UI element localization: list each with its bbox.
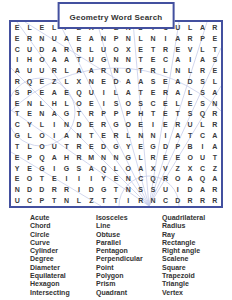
- grid-cell-r6c2: Q: [23, 76, 35, 87]
- grid-cell-r13c7: M: [85, 152, 97, 163]
- grid-cell-r14c15: X: [184, 163, 196, 174]
- grid-cell-r14c13: V: [159, 163, 171, 174]
- grid-cell-r10c6: D: [73, 119, 85, 130]
- grid-cell-r10c15: U: [184, 119, 196, 130]
- grid-cell-r13c9: N: [110, 152, 122, 163]
- grid-cell-r15c8: Y: [97, 174, 109, 185]
- grid-cell-r11c16: C: [196, 130, 208, 141]
- grid-cell-r9c13: E: [159, 109, 171, 120]
- grid-cell-r3c5: R: [60, 44, 72, 55]
- grid-cell-r14c4: I: [48, 163, 60, 174]
- grid-cell-r12c15: B: [184, 141, 196, 152]
- grid-cell-r16c5: R: [60, 184, 72, 195]
- grid-cell-r12c2: L: [23, 141, 35, 152]
- grid-cell-r14c12: X: [147, 163, 159, 174]
- grid-cell-r12c10: Y: [122, 141, 134, 152]
- grid-cell-r7c13: R: [159, 87, 171, 98]
- grid-cell-r17c17: R: [209, 195, 221, 206]
- word-item: Square: [162, 264, 230, 272]
- grid-cell-r16c3: D: [36, 184, 48, 195]
- grid-cell-r7c14: A: [172, 87, 184, 98]
- grid-cell-r16c8: G: [97, 184, 109, 195]
- grid-cell-r6c1: R: [11, 76, 23, 87]
- word-item: Right angle: [162, 247, 230, 255]
- grid-cell-r7c1: S: [11, 87, 23, 98]
- grid-cell-r4c6: T: [73, 54, 85, 65]
- grid-cell-r4c5: A: [60, 54, 72, 65]
- grid-cell-r6c4: Z: [48, 76, 60, 87]
- grid-cell-r2c16: P: [196, 33, 208, 44]
- grid-cell-r4c2: H: [23, 54, 35, 65]
- word-item: Parallel: [96, 239, 162, 247]
- grid-cell-r4c15: I: [184, 54, 196, 65]
- word-search-board: ELELPERPENDICULARERNUAEANPNLNIARPECUDARR…: [9, 20, 223, 208]
- grid-cell-r13c13: E: [159, 152, 171, 163]
- grid-cell-r8c3: L: [36, 98, 48, 109]
- grid-cell-r4c1: I: [11, 54, 23, 65]
- grid-cell-r5c3: U: [36, 65, 48, 76]
- word-item: Polygon: [96, 272, 162, 280]
- word-item: Curve: [30, 239, 96, 247]
- word-item: Ray: [162, 231, 230, 239]
- grid-cell-r3c7: L: [85, 44, 97, 55]
- grid-cell-r12c3: O: [36, 141, 48, 152]
- grid-cell-r16c10: N: [122, 184, 134, 195]
- grid-cell-r16c4: R: [48, 184, 60, 195]
- grid-cell-r8c7: E: [85, 98, 97, 109]
- grid-cell-r10c5: N: [60, 119, 72, 130]
- grid-cell-r6c9: D: [110, 76, 122, 87]
- grid-cell-r4c12: E: [147, 54, 159, 65]
- grid-cell-r2c8: N: [97, 33, 109, 44]
- word-item: Quadrilateral: [162, 214, 230, 222]
- grid-cell-r8c14: L: [172, 98, 184, 109]
- grid-cell-r3c15: V: [184, 44, 196, 55]
- grid-cell-r6c6: X: [73, 76, 85, 87]
- grid-cell-r10c17: R: [209, 119, 221, 130]
- grid-cell-r2c3: N: [36, 33, 48, 44]
- word-item: Vertex: [162, 289, 230, 297]
- grid-cell-r11c9: R: [110, 130, 122, 141]
- grid-cell-r12c1: T: [11, 141, 23, 152]
- grid-cell-r13c6: R: [73, 152, 85, 163]
- grid-cell-r11c12: N: [147, 130, 159, 141]
- grid-cell-r2c9: P: [110, 33, 122, 44]
- grid-cell-r13c8: N: [97, 152, 109, 163]
- grid-cell-r4c14: A: [172, 54, 184, 65]
- word-item: Degree: [30, 255, 96, 263]
- word-item: Radius: [162, 222, 230, 230]
- grid-cell-r12c9: G: [110, 141, 122, 152]
- grid-cell-r14c17: Z: [209, 163, 221, 174]
- grid-cell-r15c16: Q: [196, 174, 208, 185]
- grid-cell-r5c9: N: [110, 65, 122, 76]
- grid-cell-r5c8: R: [97, 65, 109, 76]
- grid-cell-r13c16: U: [196, 152, 208, 163]
- grid-cell-r10c14: R: [172, 119, 184, 130]
- word-item: Rectangle: [162, 239, 230, 247]
- grid-cell-r11c13: I: [159, 130, 171, 141]
- grid-cell-r2c6: E: [73, 33, 85, 44]
- grid-cell-r13c3: Q: [36, 152, 48, 163]
- grid-cell-r4c11: T: [135, 54, 147, 65]
- grid-cell-r15c10: N: [122, 174, 134, 185]
- grid-cell-r17c14: D: [172, 195, 184, 206]
- grid-cell-r4c4: A: [48, 54, 60, 65]
- grid-cell-r6c11: A: [135, 76, 147, 87]
- grid-cell-r13c4: A: [48, 152, 60, 163]
- grid-cell-r1c17: R: [209, 22, 221, 33]
- grid-cell-r14c9: L: [110, 163, 122, 174]
- grid-cell-r17c9: T: [110, 195, 122, 206]
- puzzle-title: Geometry Word Search: [70, 13, 163, 22]
- grid-cell-r11c3: O: [36, 130, 48, 141]
- grid-cell-r9c2: E: [23, 109, 35, 120]
- grid-cell-r4c7: U: [85, 54, 97, 65]
- grid-cell-r10c10: O: [122, 119, 134, 130]
- word-item: Scalene: [162, 255, 230, 263]
- grid-cell-r14c16: C: [196, 163, 208, 174]
- grid-cell-r16c15: D: [184, 184, 196, 195]
- grid-cell-r6c14: A: [172, 76, 184, 87]
- grid-cell-r9c1: T: [11, 109, 23, 120]
- grid-cell-r4c8: G: [97, 54, 109, 65]
- grid-cell-r9c5: G: [60, 109, 72, 120]
- grid-cell-r4c3: O: [36, 54, 48, 65]
- grid-cell-r2c12: N: [147, 33, 159, 44]
- grid-cell-r1c2: L: [23, 22, 35, 33]
- grid-cell-r15c5: I: [60, 174, 72, 185]
- grid-cell-r13c5: H: [60, 152, 72, 163]
- grid-cell-r9c7: R: [85, 109, 97, 120]
- word-item: Line: [96, 222, 162, 230]
- grid-cell-r11c2: L: [23, 130, 35, 141]
- grid-cell-r7c7: U: [85, 87, 97, 98]
- puzzle-title-box: Geometry Word Search: [58, 2, 175, 29]
- grid-cell-r11c17: A: [209, 130, 221, 141]
- grid-cell-r2c14: A: [172, 33, 184, 44]
- grid-cell-r8c15: E: [184, 98, 196, 109]
- grid-cell-r12c8: D: [97, 141, 109, 152]
- word-item: Point: [96, 264, 162, 272]
- grid-cell-r12c13: D: [159, 141, 171, 152]
- grid-cell-r6c10: A: [122, 76, 134, 87]
- grid-cell-r16c13: U: [159, 184, 171, 195]
- grid-cell-r2c15: R: [184, 33, 196, 44]
- grid-cell-r12c16: I: [196, 141, 208, 152]
- grid-cell-r11c11: N: [135, 130, 147, 141]
- grid-cell-r13c11: L: [135, 152, 147, 163]
- letter-grid: ELELPERPENDICULARERNUAEANPNLNIARPECUDARR…: [11, 22, 221, 206]
- grid-cell-r10c7: E: [85, 119, 97, 130]
- grid-cell-r3c12: T: [147, 44, 159, 55]
- grid-cell-r8c8: I: [97, 98, 109, 109]
- grid-cell-r16c1: N: [11, 184, 23, 195]
- grid-cell-r11c15: T: [184, 130, 196, 141]
- grid-cell-r17c5: N: [60, 195, 72, 206]
- grid-cell-r16c9: T: [110, 184, 122, 195]
- grid-cell-r7c8: I: [97, 87, 109, 98]
- grid-cell-r9c3: N: [36, 109, 48, 120]
- grid-cell-r17c10: I: [122, 195, 134, 206]
- grid-cell-r10c11: E: [135, 119, 147, 130]
- grid-cell-r10c2: Y: [23, 119, 35, 130]
- grid-cell-r17c12: N: [147, 195, 159, 206]
- grid-cell-r10c8: R: [97, 119, 109, 130]
- grid-cell-r14c10: O: [122, 163, 134, 174]
- grid-cell-r2c17: E: [209, 33, 221, 44]
- grid-cell-r17c3: P: [36, 195, 48, 206]
- grid-cell-r14c11: A: [135, 163, 147, 174]
- word-item: Trapezoid: [162, 272, 230, 280]
- grid-cell-r8c10: O: [122, 98, 134, 109]
- grid-cell-r14c7: A: [85, 163, 97, 174]
- grid-cell-r15c7: I: [85, 174, 97, 185]
- grid-cell-r4c16: A: [196, 54, 208, 65]
- grid-cell-r9c4: A: [48, 109, 60, 120]
- word-item: Equilateral: [30, 272, 96, 280]
- grid-cell-r13c14: E: [172, 152, 184, 163]
- grid-cell-r5c13: L: [159, 65, 171, 76]
- grid-cell-r2c10: N: [122, 33, 134, 44]
- grid-cell-r7c2: P: [23, 87, 35, 98]
- grid-cell-r5c2: U: [23, 65, 35, 76]
- grid-cell-r3c4: A: [48, 44, 60, 55]
- grid-cell-r14c5: G: [60, 163, 72, 174]
- grid-cell-r7c11: T: [135, 87, 147, 98]
- grid-cell-r13c17: T: [209, 152, 221, 163]
- grid-cell-r14c1: Y: [11, 163, 23, 174]
- grid-cell-r12c7: E: [85, 141, 97, 152]
- grid-cell-r6c12: S: [147, 76, 159, 87]
- grid-cell-r7c4: A: [48, 87, 60, 98]
- grid-cell-r15c6: I: [73, 174, 85, 185]
- grid-cell-r11c14: A: [172, 130, 184, 141]
- word-item: Obtuse: [96, 231, 162, 239]
- grid-cell-r14c14: Z: [172, 163, 184, 174]
- grid-cell-r16c7: D: [85, 184, 97, 195]
- grid-cell-r7c9: L: [110, 87, 122, 98]
- word-item: Hexagon: [30, 280, 96, 288]
- grid-cell-r5c12: R: [147, 65, 159, 76]
- grid-cell-r14c2: E: [23, 163, 35, 174]
- grid-cell-r2c7: A: [85, 33, 97, 44]
- grid-cell-r8c2: N: [23, 98, 35, 109]
- grid-cell-r10c12: I: [147, 119, 159, 130]
- grid-cell-r15c3: T: [36, 174, 48, 185]
- grid-cell-r15c11: C: [135, 174, 147, 185]
- grid-cell-r10c1: C: [11, 119, 23, 130]
- grid-cell-r11c4: I: [48, 130, 60, 141]
- word-item: Quadrant: [96, 289, 162, 297]
- grid-cell-r2c13: I: [159, 33, 171, 44]
- grid-cell-r9c10: P: [122, 109, 134, 120]
- grid-cell-r15c15: A: [184, 174, 196, 185]
- grid-cell-r11c10: L: [122, 130, 134, 141]
- grid-cell-r10c3: L: [36, 119, 48, 130]
- grid-cell-r14c8: Q: [97, 163, 109, 174]
- grid-cell-r17c1: U: [11, 195, 23, 206]
- word-item: Cylinder: [30, 247, 96, 255]
- grid-cell-r17c16: R: [196, 195, 208, 206]
- grid-cell-r17c6: L: [73, 195, 85, 206]
- word-item: Triangle: [162, 280, 230, 288]
- grid-cell-r2c4: U: [48, 33, 60, 44]
- grid-cell-r6c13: E: [159, 76, 171, 87]
- grid-cell-r6c7: N: [85, 76, 97, 87]
- grid-cell-r13c10: G: [122, 152, 134, 163]
- grid-cell-r12c14: P: [172, 141, 184, 152]
- grid-cell-r4c13: C: [159, 54, 171, 65]
- grid-cell-r3c13: R: [159, 44, 171, 55]
- grid-cell-r7c17: A: [209, 87, 221, 98]
- grid-cell-r14c3: G: [36, 163, 48, 174]
- grid-cell-r1c16: A: [196, 22, 208, 33]
- grid-cell-r17c4: T: [48, 195, 60, 206]
- grid-cell-r9c14: T: [172, 109, 184, 120]
- grid-cell-r5c6: A: [73, 65, 85, 76]
- grid-cell-r6c15: D: [184, 76, 196, 87]
- grid-cell-r13c1: E: [11, 152, 23, 163]
- grid-cell-r9c12: T: [147, 109, 159, 120]
- grid-cell-r12c6: R: [73, 141, 85, 152]
- grid-cell-r5c4: R: [48, 65, 60, 76]
- grid-cell-r11c1: G: [11, 130, 23, 141]
- word-item: Prism: [96, 280, 162, 288]
- grid-cell-r5c7: A: [85, 65, 97, 76]
- grid-cell-r9c11: H: [135, 109, 147, 120]
- grid-cell-r3c6: R: [73, 44, 85, 55]
- grid-cell-r15c9: E: [110, 174, 122, 185]
- grid-cell-r7c10: A: [122, 87, 134, 98]
- grid-cell-r2c5: A: [60, 33, 72, 44]
- grid-cell-r16c16: A: [196, 184, 208, 195]
- grid-cell-r15c12: Q: [147, 174, 159, 185]
- grid-cell-r11c8: E: [97, 130, 109, 141]
- grid-cell-r15c4: E: [48, 174, 60, 185]
- grid-cell-r4c9: N: [110, 54, 122, 65]
- grid-cell-r2c1: E: [11, 33, 23, 44]
- grid-cell-r12c4: U: [48, 141, 60, 152]
- grid-cell-r13c15: O: [184, 152, 196, 163]
- grid-cell-r17c11: R: [135, 195, 147, 206]
- grid-cell-r5c16: R: [196, 65, 208, 76]
- grid-cell-r14c6: S: [73, 163, 85, 174]
- grid-cell-r13c2: P: [23, 152, 35, 163]
- grid-cell-r10c4: I: [48, 119, 60, 130]
- grid-cell-r11c5: A: [60, 130, 72, 141]
- grid-cell-r12c17: A: [209, 141, 221, 152]
- grid-cell-r4c17: S: [209, 54, 221, 65]
- grid-cell-r15c17: A: [209, 174, 221, 185]
- grid-cell-r1c15: L: [184, 22, 196, 33]
- word-item: Diameter: [30, 264, 96, 272]
- grid-cell-r15c1: E: [11, 174, 23, 185]
- grid-cell-r3c17: T: [209, 44, 221, 55]
- grid-cell-r2c2: R: [23, 33, 35, 44]
- grid-cell-r16c6: I: [73, 184, 85, 195]
- grid-cell-r15c13: R: [159, 174, 171, 185]
- grid-cell-r9c17: R: [209, 109, 221, 120]
- word-item: Acute: [30, 214, 96, 222]
- grid-cell-r15c2: O: [23, 174, 35, 185]
- grid-cell-r3c16: L: [196, 44, 208, 55]
- word-list-column-2: IsoscelesLineObtuseParallelPentagonPerpe…: [96, 214, 162, 297]
- word-list-column-3: QuadrilateralRadiusRayRectangleRight ang…: [162, 214, 230, 297]
- grid-cell-r3c1: C: [11, 44, 23, 55]
- grid-cell-r3c10: X: [122, 44, 134, 55]
- grid-cell-r9c6: T: [73, 109, 85, 120]
- grid-cell-r16c11: S: [135, 184, 147, 195]
- grid-cell-r10c16: L: [196, 119, 208, 130]
- grid-cell-r17c7: Z: [85, 195, 97, 206]
- grid-cell-r6c16: S: [196, 76, 208, 87]
- grid-cell-r5c17: E: [209, 65, 221, 76]
- grid-cell-r8c16: S: [196, 98, 208, 109]
- grid-cell-r9c16: Q: [196, 109, 208, 120]
- grid-cell-r12c12: G: [147, 141, 159, 152]
- grid-cell-r7c16: S: [196, 87, 208, 98]
- word-list: AcuteChordCircleCurveCylinderDegreeDiame…: [30, 214, 230, 297]
- grid-cell-r6c5: L: [60, 76, 72, 87]
- grid-cell-r7c15: L: [184, 87, 196, 98]
- grid-cell-r9c9: P: [110, 109, 122, 120]
- grid-cell-r8c9: S: [110, 98, 122, 109]
- grid-cell-r7c5: E: [60, 87, 72, 98]
- word-item: Perpendicular: [96, 255, 162, 263]
- grid-cell-r8c5: L: [60, 98, 72, 109]
- grid-cell-r10c9: G: [110, 119, 122, 130]
- grid-cell-r3c11: E: [135, 44, 147, 55]
- grid-cell-r1c1: E: [11, 22, 23, 33]
- grid-cell-r17c15: R: [184, 195, 196, 206]
- grid-cell-r3c3: D: [36, 44, 48, 55]
- grid-cell-r17c13: C: [159, 195, 171, 206]
- word-item: Chord: [30, 222, 96, 230]
- grid-cell-r8c12: C: [147, 98, 159, 109]
- grid-cell-r12c11: E: [135, 141, 147, 152]
- grid-cell-r7c3: E: [36, 87, 48, 98]
- grid-cell-r5c11: T: [135, 65, 147, 76]
- grid-cell-r5c14: N: [172, 65, 184, 76]
- grid-cell-r8c4: H: [48, 98, 60, 109]
- grid-cell-r3c9: O: [110, 44, 122, 55]
- grid-cell-r16c2: D: [23, 184, 35, 195]
- grid-cell-r11c6: N: [73, 130, 85, 141]
- grid-cell-r7c6: Q: [73, 87, 85, 98]
- grid-cell-r15c14: O: [172, 174, 184, 185]
- grid-cell-r5c1: A: [11, 65, 23, 76]
- grid-cell-r6c8: E: [97, 76, 109, 87]
- word-item: Isosceles: [96, 214, 162, 222]
- grid-cell-r12c5: T: [60, 141, 72, 152]
- word-list-column-1: AcuteChordCircleCurveCylinderDegreeDiame…: [30, 214, 96, 297]
- grid-cell-r9c8: P: [97, 109, 109, 120]
- grid-cell-r11c7: T: [85, 130, 97, 141]
- grid-cell-r9c15: S: [184, 109, 196, 120]
- grid-cell-r16c14: I: [172, 184, 184, 195]
- grid-cell-r2c11: L: [135, 33, 147, 44]
- grid-cell-r6c3: E: [36, 76, 48, 87]
- grid-cell-r5c10: O: [122, 65, 134, 76]
- grid-cell-r17c2: C: [23, 195, 35, 206]
- word-item: Intersecting: [30, 289, 96, 297]
- grid-cell-r3c14: E: [172, 44, 184, 55]
- grid-cell-r13c12: R: [147, 152, 159, 163]
- grid-cell-r16c12: S: [147, 184, 159, 195]
- grid-cell-r8c1: E: [11, 98, 23, 109]
- grid-cell-r3c8: U: [97, 44, 109, 55]
